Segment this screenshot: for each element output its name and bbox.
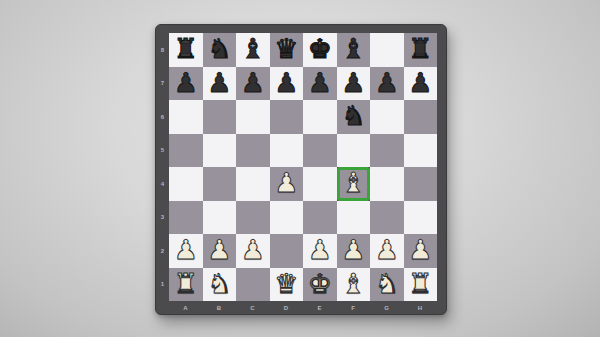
square-g4[interactable] (370, 167, 404, 201)
square-h1[interactable]: ♜ (404, 268, 438, 302)
square-c8[interactable]: ♝ (236, 33, 270, 67)
square-f8[interactable]: ♝ (337, 33, 371, 67)
black-pawn[interactable]: ♟ (408, 69, 432, 96)
square-d6[interactable] (270, 100, 304, 134)
black-bishop[interactable]: ♝ (341, 35, 365, 62)
white-knight[interactable]: ♞ (375, 270, 399, 297)
chess-board: 87654321 ABCDEFGH ♜♞♝♛♚♝♜♟♟♟♟♟♟♟♟♞♟♝♟♟♟♟… (155, 24, 447, 315)
file-label: A (169, 301, 203, 314)
square-f3[interactable] (337, 201, 371, 235)
square-h4[interactable] (404, 167, 438, 201)
square-a6[interactable] (169, 100, 203, 134)
square-e8[interactable]: ♚ (303, 33, 337, 67)
white-pawn[interactable]: ♟ (308, 236, 332, 263)
square-d8[interactable]: ♛ (270, 33, 304, 67)
rank-label: 5 (156, 134, 169, 168)
file-label: F (337, 301, 371, 314)
rank-label: 7 (156, 67, 169, 101)
rank-label: 6 (156, 100, 169, 134)
square-h5[interactable] (404, 134, 438, 168)
black-knight[interactable]: ♞ (341, 102, 365, 129)
square-g2[interactable]: ♟ (370, 234, 404, 268)
square-h3[interactable] (404, 201, 438, 235)
square-d1[interactable]: ♛ (270, 268, 304, 302)
rank-label: 2 (156, 234, 169, 268)
square-c7[interactable]: ♟ (236, 67, 270, 101)
square-b4[interactable] (203, 167, 237, 201)
file-label: C (236, 301, 270, 314)
file-label: D (270, 301, 304, 314)
square-a3[interactable] (169, 201, 203, 235)
black-pawn[interactable]: ♟ (308, 69, 332, 96)
black-knight[interactable]: ♞ (207, 35, 231, 62)
square-a7[interactable]: ♟ (169, 67, 203, 101)
white-rook[interactable]: ♜ (408, 270, 432, 297)
square-d7[interactable]: ♟ (270, 67, 304, 101)
square-f6[interactable]: ♞ (337, 100, 371, 134)
square-e5[interactable] (303, 134, 337, 168)
white-pawn[interactable]: ♟ (274, 169, 298, 196)
black-pawn[interactable]: ♟ (207, 69, 231, 96)
white-pawn[interactable]: ♟ (375, 236, 399, 263)
square-h6[interactable] (404, 100, 438, 134)
black-queen[interactable]: ♛ (274, 35, 298, 62)
square-e7[interactable]: ♟ (303, 67, 337, 101)
square-c5[interactable] (236, 134, 270, 168)
square-f2[interactable]: ♟ (337, 234, 371, 268)
white-pawn[interactable]: ♟ (341, 236, 365, 263)
white-queen[interactable]: ♛ (274, 270, 298, 297)
white-bishop[interactable]: ♝ (341, 169, 365, 196)
file-label: H (404, 301, 438, 314)
rank-label: 8 (156, 33, 169, 67)
white-knight[interactable]: ♞ (207, 270, 231, 297)
page-background: 87654321 ABCDEFGH ♜♞♝♛♚♝♜♟♟♟♟♟♟♟♟♞♟♝♟♟♟♟… (0, 0, 600, 337)
black-bishop[interactable]: ♝ (241, 35, 265, 62)
square-f5[interactable] (337, 134, 371, 168)
square-b5[interactable] (203, 134, 237, 168)
square-d2[interactable] (270, 234, 304, 268)
square-b7[interactable]: ♟ (203, 67, 237, 101)
rank-label: 4 (156, 167, 169, 201)
square-g7[interactable]: ♟ (370, 67, 404, 101)
square-e3[interactable] (303, 201, 337, 235)
white-pawn[interactable]: ♟ (207, 236, 231, 263)
board-grid: ♜♞♝♛♚♝♜♟♟♟♟♟♟♟♟♞♟♝♟♟♟♟♟♟♟♜♞♛♚♝♞♜ (169, 33, 437, 301)
file-label: B (203, 301, 237, 314)
square-e6[interactable] (303, 100, 337, 134)
square-b2[interactable]: ♟ (203, 234, 237, 268)
white-pawn[interactable]: ♟ (241, 236, 265, 263)
black-rook[interactable]: ♜ (174, 35, 198, 62)
square-g6[interactable] (370, 100, 404, 134)
square-f1[interactable]: ♝ (337, 268, 371, 302)
file-label: E (303, 301, 337, 314)
white-pawn[interactable]: ♟ (408, 236, 432, 263)
square-a2[interactable]: ♟ (169, 234, 203, 268)
rank-label: 1 (156, 268, 169, 302)
square-f7[interactable]: ♟ (337, 67, 371, 101)
square-c2[interactable]: ♟ (236, 234, 270, 268)
square-g1[interactable]: ♞ (370, 268, 404, 302)
file-label: G (370, 301, 404, 314)
square-a8[interactable]: ♜ (169, 33, 203, 67)
square-b3[interactable] (203, 201, 237, 235)
square-c3[interactable] (236, 201, 270, 235)
square-h8[interactable]: ♜ (404, 33, 438, 67)
square-d3[interactable] (270, 201, 304, 235)
square-h7[interactable]: ♟ (404, 67, 438, 101)
square-g8[interactable] (370, 33, 404, 67)
square-b1[interactable]: ♞ (203, 268, 237, 302)
square-b8[interactable]: ♞ (203, 33, 237, 67)
black-pawn[interactable]: ♟ (241, 69, 265, 96)
square-f4[interactable]: ♝ (337, 167, 371, 201)
white-pawn[interactable]: ♟ (174, 236, 198, 263)
black-pawn[interactable]: ♟ (174, 69, 198, 96)
white-king[interactable]: ♚ (308, 270, 332, 297)
black-pawn[interactable]: ♟ (341, 69, 365, 96)
square-a4[interactable] (169, 167, 203, 201)
black-king[interactable]: ♚ (308, 35, 332, 62)
square-e2[interactable]: ♟ (303, 234, 337, 268)
rank-label: 3 (156, 201, 169, 235)
black-pawn[interactable]: ♟ (375, 69, 399, 96)
square-d5[interactable] (270, 134, 304, 168)
square-d4[interactable]: ♟ (270, 167, 304, 201)
white-rook[interactable]: ♜ (174, 270, 198, 297)
square-h2[interactable]: ♟ (404, 234, 438, 268)
square-e1[interactable]: ♚ (303, 268, 337, 302)
black-pawn[interactable]: ♟ (274, 69, 298, 96)
square-g3[interactable] (370, 201, 404, 235)
square-c1[interactable] (236, 268, 270, 302)
square-a1[interactable]: ♜ (169, 268, 203, 302)
black-rook[interactable]: ♜ (408, 35, 432, 62)
square-c6[interactable] (236, 100, 270, 134)
square-e4[interactable] (303, 167, 337, 201)
square-c4[interactable] (236, 167, 270, 201)
white-bishop[interactable]: ♝ (341, 270, 365, 297)
square-g5[interactable] (370, 134, 404, 168)
square-b6[interactable] (203, 100, 237, 134)
square-a5[interactable] (169, 134, 203, 168)
